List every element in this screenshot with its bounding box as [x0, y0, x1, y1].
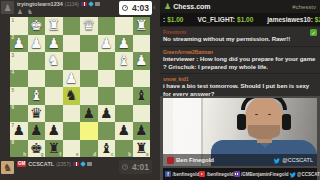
square-d2[interactable] [80, 35, 98, 53]
square-f7[interactable]: ♟ [45, 122, 63, 140]
chat-username[interactable]: GreenArrow2Batman [163, 49, 317, 56]
square-e8[interactable]: e [63, 140, 81, 158]
social-link[interactable]: /GMBenjaminFinegold [234, 171, 289, 177]
black-pawn[interactable]: ♟ [133, 122, 151, 140]
square-e5[interactable]: ♞ [63, 87, 81, 105]
chat-panel: FirestormNo streaming without my permiss… [160, 26, 320, 96]
square-a3[interactable]: ♟ [133, 52, 151, 70]
logo-text: Chess.com [173, 3, 210, 10]
square-d3[interactable] [80, 52, 98, 70]
square-f3[interactable]: ♞ [45, 52, 63, 70]
youtube-icon [199, 171, 205, 177]
donation-amount: $1.00 [237, 16, 253, 23]
streamer-beard [248, 125, 280, 139]
chat-text: Interviewer : How long did you prepare f… [163, 56, 317, 72]
social-link[interactable]: f/benfinegold [165, 171, 199, 177]
clock-icon [122, 5, 128, 11]
channel-hashtag: #chesstv [292, 4, 316, 10]
chat-message: FirestormNo streaming without my permiss… [160, 27, 320, 46]
square-h8[interactable]: 8h [10, 140, 28, 158]
streamer-eye [268, 114, 271, 116]
square-b1[interactable] [115, 17, 133, 35]
square-e2[interactable] [63, 35, 81, 53]
rank-label: 3 [12, 53, 15, 58]
square-d6[interactable]: ♟ [80, 105, 98, 123]
square-e4[interactable]: ♟ [63, 70, 81, 88]
twitter-icon [273, 157, 280, 164]
white-pawn[interactable]: ♟ [115, 35, 133, 53]
square-b8[interactable]: b [115, 140, 133, 158]
chevron-left-icon[interactable]: ‹ [153, 3, 156, 12]
square-b6[interactable] [115, 105, 133, 123]
chat-message: snow_kid1i have a bio test tomorrow. Sho… [160, 74, 320, 96]
square-f4[interactable] [45, 70, 63, 88]
social-handle: /benfinegold [173, 172, 200, 177]
white-bishop[interactable]: ♝ [115, 52, 133, 70]
black-pawn[interactable]: ♟ [10, 122, 28, 140]
white-pawn[interactable]: ♟ [63, 70, 81, 88]
square-c6[interactable]: ♟ [98, 105, 116, 123]
black-queen[interactable]: ♛ [28, 105, 46, 123]
headphone-cup [237, 114, 246, 130]
gm-title-badge: GM [17, 161, 26, 167]
black-pawn[interactable]: ♟ [80, 105, 98, 123]
donation-ticker: :$1.00VC_FLIGHT:$1.00jamesiawes10:$2.00a [160, 13, 320, 26]
square-h3[interactable]: 3 [10, 52, 28, 70]
white-pawn[interactable]: ♟ [28, 35, 46, 53]
white-pawn[interactable]: ♟ [45, 35, 63, 53]
white-rook[interactable]: ♜ [133, 17, 151, 35]
diamond-icon [80, 161, 86, 167]
square-g8[interactable]: g♚ [28, 140, 46, 158]
square-h1[interactable]: 1 [10, 17, 28, 35]
chat-username[interactable]: Firestorm [163, 29, 317, 36]
knight-icon: ♞ [3, 162, 12, 173]
twitter-icon [289, 171, 296, 178]
square-g5[interactable]: ♝ [28, 87, 46, 105]
file-label: d [93, 152, 96, 157]
square-h4[interactable]: 4 [10, 70, 28, 88]
square-h6[interactable]: 6 [10, 105, 28, 123]
social-handle: /benfinegold [207, 172, 234, 177]
square-e7[interactable] [63, 122, 81, 140]
black-pawn[interactable]: ♟ [45, 122, 63, 140]
square-g3[interactable] [28, 52, 46, 70]
square-g4[interactable] [28, 70, 46, 88]
bottom-player-clock: 4:01 [119, 160, 152, 174]
square-f2[interactable]: ♟ [45, 35, 63, 53]
webcam-nameplate: Ben Finegold @CCSCATL [163, 154, 317, 166]
rank-label: 8 [12, 140, 15, 145]
donation-item: jamesiawes10:$2.00 [267, 16, 320, 23]
square-a7[interactable]: ♟ [133, 122, 151, 140]
square-f6[interactable] [45, 105, 63, 123]
white-rook[interactable]: ♜ [45, 17, 63, 35]
bottom-player-bar: ♞ GM CCSCATL (2357) 4:01 [0, 157, 160, 180]
black-knight[interactable]: ♞ [63, 87, 81, 105]
webcam-view: Ben Finegold @CCSCATL [163, 98, 317, 166]
square-c7[interactable] [98, 122, 116, 140]
social-bar: f/benfinegold/benfinegold/GMBenjaminFine… [163, 168, 317, 180]
top-player-clock: 4:03 [119, 1, 152, 15]
square-g2[interactable]: ♟ [28, 35, 46, 53]
stream-panel: ♟ Chess.com #chesstv :$1.00VC_FLIGHT:$1.… [160, 0, 320, 180]
square-a2[interactable] [133, 35, 151, 53]
rank-label: 4 [12, 70, 15, 75]
streamer-eye [255, 114, 258, 116]
square-c8[interactable]: c♝ [98, 140, 116, 158]
black-king[interactable]: ♚ [28, 140, 46, 158]
social-link[interactable]: @CCSCATL [289, 171, 320, 178]
chat-text: No streaming without my permission. Rawr… [163, 36, 317, 44]
top-player-name[interactable]: tryingtolearn1234 [17, 1, 63, 7]
chat-username[interactable]: snow_kid1 [163, 76, 317, 83]
membership-icon [95, 2, 100, 6]
top-player-avatar[interactable]: ♟ [1, 1, 14, 14]
bottom-player-rating: (2357) [56, 161, 70, 167]
square-f8[interactable]: f♜ [45, 140, 63, 158]
square-g6[interactable]: ♛ [28, 105, 46, 123]
square-g7[interactable]: ♟ [28, 122, 46, 140]
black-rook[interactable]: ♜ [133, 140, 151, 158]
headphones-band [241, 98, 287, 110]
chess-board: 1♚♜♛♜2♟♟♟♟♟3♞♝♟4♟5♝♞♝6♛♟♟7♟♟♟♟♟8hg♚f♜edc… [10, 17, 150, 157]
chat-message: GreenArrow2BatmanInterviewer : How long … [160, 47, 320, 74]
chat-text: i have a bio test tomorrow. Should I put… [163, 83, 317, 96]
donation-item: :$1.00 [163, 16, 183, 23]
top-captured-pieces: ♟ ♞ [17, 8, 100, 16]
black-bishop[interactable]: ♝ [133, 87, 151, 105]
social-handle: /GMBenjaminFinegold [241, 172, 289, 177]
webcam-zone: Ben Finegold @CCSCATL [160, 96, 320, 166]
square-c4[interactable] [98, 70, 116, 88]
square-d5[interactable] [80, 87, 98, 105]
black-pawn[interactable]: ♟ [98, 105, 116, 123]
square-d1[interactable]: ♛ [80, 17, 98, 35]
square-g1[interactable]: ♚ [28, 17, 46, 35]
square-a8[interactable]: a♜ [133, 140, 151, 158]
square-h5[interactable]: 5 [10, 87, 28, 105]
square-d8[interactable]: d [80, 140, 98, 158]
streamer-name: Ben Finegold [176, 157, 214, 163]
square-c1[interactable] [98, 17, 116, 35]
square-c3[interactable] [98, 52, 116, 70]
square-c2[interactable]: ♟ [98, 35, 116, 53]
bottom-player-avatar[interactable]: ♞ [1, 161, 14, 174]
white-pawn[interactable]: ♟ [10, 35, 28, 53]
streamer-twitter-handle: @CCSCATL [282, 157, 313, 163]
square-e6[interactable] [63, 105, 81, 123]
white-pawn[interactable]: ♟ [98, 35, 116, 53]
facebook-icon: f [165, 171, 171, 177]
white-pawn[interactable]: ♟ [133, 52, 151, 70]
square-a4[interactable] [133, 70, 151, 88]
chess-panel: ♟ tryingtolearn1234 (1134) ♟ ♞ 4:03 ‹ 1♚… [0, 0, 160, 180]
flag-icon [73, 162, 79, 166]
square-a1[interactable]: ♜ [133, 17, 151, 35]
black-pawn[interactable]: ♟ [115, 122, 133, 140]
square-a6[interactable] [133, 105, 151, 123]
donor-name: : [163, 16, 165, 23]
white-knight[interactable]: ♞ [45, 52, 63, 70]
square-d7[interactable] [80, 122, 98, 140]
social-link[interactable]: /benfinegold [199, 171, 233, 177]
headphone-cup [282, 114, 291, 130]
file-label: h [23, 152, 26, 157]
file-label: b [128, 152, 131, 157]
clock-icon [122, 164, 128, 170]
square-b4[interactable] [115, 70, 133, 88]
top-clock-time: 4:03 [132, 3, 149, 13]
square-b2[interactable]: ♟ [115, 35, 133, 53]
donation-item: VC_FLIGHT:$1.00 [197, 16, 253, 23]
black-bishop[interactable]: ♝ [98, 140, 116, 158]
twitch-icon [234, 171, 240, 177]
social-handle: @CCSCATL [297, 172, 320, 177]
donation-amount: $1.00 [167, 16, 183, 23]
white-queen[interactable]: ♛ [80, 17, 98, 35]
pawn-logo-icon: ♟ [164, 3, 171, 11]
square-h7[interactable]: 7♟ [10, 122, 28, 140]
pawn-icon: ♟ [3, 3, 11, 13]
square-c5[interactable] [98, 87, 116, 105]
bottom-clock-time: 4:01 [132, 162, 149, 172]
square-b5[interactable] [115, 87, 133, 105]
square-h2[interactable]: 2♟ [10, 35, 28, 53]
stream-header: ♟ Chess.com #chesstv [160, 0, 320, 13]
top-player-rating: (1134) [65, 1, 79, 7]
square-f1[interactable]: ♜ [45, 17, 63, 35]
square-b3[interactable]: ♝ [115, 52, 133, 70]
square-b7[interactable]: ♟ [115, 122, 133, 140]
square-e1[interactable] [63, 17, 81, 35]
file-label: e [76, 152, 79, 157]
donation-amount: $2.00 [315, 16, 320, 23]
flag-icon [81, 2, 87, 6]
diamond-icon [88, 1, 94, 7]
rank-label: 5 [12, 88, 15, 93]
rank-label: 6 [12, 105, 15, 110]
membership-icon [87, 162, 92, 166]
square-a5[interactable]: ♝ [133, 87, 151, 105]
bottom-player-name[interactable]: CCSCATL [28, 161, 54, 167]
rank-label: 1 [12, 18, 15, 23]
square-d4[interactable] [80, 70, 98, 88]
stream-screen: ♟ tryingtolearn1234 (1134) ♟ ♞ 4:03 ‹ 1♚… [0, 0, 320, 180]
white-king[interactable]: ♚ [28, 17, 46, 35]
square-e3[interactable] [63, 52, 81, 70]
white-bishop[interactable]: ♝ [28, 87, 46, 105]
club-logo-icon [167, 157, 174, 164]
square-f5[interactable] [45, 87, 63, 105]
black-rook[interactable]: ♜ [45, 140, 63, 158]
chesscom-logo[interactable]: ♟ Chess.com [164, 3, 211, 11]
top-player-bar: ♟ tryingtolearn1234 (1134) ♟ ♞ 4:03 ‹ [0, 0, 160, 17]
check-badge-icon: ✓ [310, 29, 317, 36]
black-pawn[interactable]: ♟ [28, 122, 46, 140]
donor-name: VC_FLIGHT: [197, 16, 235, 23]
donor-name: jamesiawes10: [267, 16, 313, 23]
